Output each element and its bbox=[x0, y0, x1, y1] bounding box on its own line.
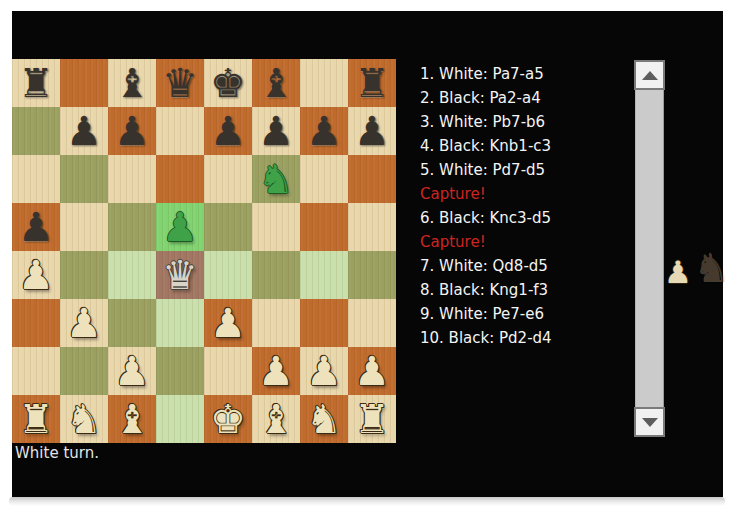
move-entry: 6. Black: Knc3-d5 bbox=[420, 206, 635, 230]
move-entry: 5. White: Pd7-d5 bbox=[420, 158, 635, 182]
move-entry: 2. Black: Pa2-a4 bbox=[420, 86, 635, 110]
piece-bp-d4: ♟ bbox=[156, 203, 204, 251]
square-d3[interactable] bbox=[156, 155, 204, 203]
chess-app-window: ♜♝♛♚♝♜♟♟♟♟♟♟♞♟♟♟♛♟♟♟♟♟♟♜♞♝♚♝♞♜ 1. White:… bbox=[0, 0, 735, 510]
square-d4[interactable]: ♟ bbox=[156, 203, 204, 251]
move-entry: 8. Black: Kng1-f3 bbox=[420, 278, 635, 302]
piece-wb-c8: ♝ bbox=[108, 395, 156, 443]
square-e1[interactable]: ♚ bbox=[204, 59, 252, 107]
square-h3[interactable] bbox=[348, 155, 396, 203]
piece-bb-f1: ♝ bbox=[252, 59, 300, 107]
move-entry: 1. White: Pa7-a5 bbox=[420, 62, 635, 86]
square-g8[interactable]: ♞ bbox=[300, 395, 348, 443]
square-a8[interactable]: ♜ bbox=[12, 395, 60, 443]
piece-bn-f3: ♞ bbox=[252, 155, 300, 203]
piece-wp-e6: ♟ bbox=[204, 299, 252, 347]
piece-bp-h2: ♟ bbox=[348, 107, 396, 155]
square-b7[interactable] bbox=[60, 347, 108, 395]
square-f3[interactable]: ♞ bbox=[252, 155, 300, 203]
square-e8[interactable]: ♚ bbox=[204, 395, 252, 443]
turn-status-text: White turn. bbox=[15, 444, 99, 462]
piece-wp-f7: ♟ bbox=[252, 347, 300, 395]
square-c4[interactable] bbox=[108, 203, 156, 251]
scrollbar-up-button[interactable] bbox=[634, 60, 665, 90]
piece-wb-f8: ♝ bbox=[252, 395, 300, 443]
piece-bp-e2: ♟ bbox=[204, 107, 252, 155]
square-d5[interactable]: ♛ bbox=[156, 251, 204, 299]
square-b8[interactable]: ♞ bbox=[60, 395, 108, 443]
triangle-up-icon bbox=[642, 71, 658, 80]
square-g5[interactable] bbox=[300, 251, 348, 299]
square-a2[interactable] bbox=[12, 107, 60, 155]
piece-wr-h8: ♜ bbox=[348, 395, 396, 443]
scrollbar-down-button[interactable] bbox=[634, 407, 665, 437]
capture-announcement: Capture! bbox=[420, 182, 635, 206]
square-e7[interactable] bbox=[204, 347, 252, 395]
piece-wp-a5: ♟ bbox=[12, 251, 60, 299]
piece-wp-g7: ♟ bbox=[300, 347, 348, 395]
square-g3[interactable] bbox=[300, 155, 348, 203]
scrollbar-track[interactable] bbox=[635, 90, 664, 407]
square-h4[interactable] bbox=[348, 203, 396, 251]
move-entry: 7. White: Qd8-d5 bbox=[420, 254, 635, 278]
piece-bb-c1: ♝ bbox=[108, 59, 156, 107]
move-entry: 4. Black: Knb1-c3 bbox=[420, 134, 635, 158]
square-d7[interactable] bbox=[156, 347, 204, 395]
square-b3[interactable] bbox=[60, 155, 108, 203]
square-a4[interactable]: ♟ bbox=[12, 203, 60, 251]
piece-wp-h7: ♟ bbox=[348, 347, 396, 395]
piece-bp-a4: ♟ bbox=[12, 203, 60, 251]
square-c1[interactable]: ♝ bbox=[108, 59, 156, 107]
move-list: 1. White: Pa7-a52. Black: Pa2-a43. White… bbox=[420, 62, 635, 350]
square-e3[interactable] bbox=[204, 155, 252, 203]
piece-wn-g8: ♞ bbox=[300, 395, 348, 443]
square-g2[interactable]: ♟ bbox=[300, 107, 348, 155]
piece-bp-f2: ♟ bbox=[252, 107, 300, 155]
square-f7[interactable]: ♟ bbox=[252, 347, 300, 395]
square-c5[interactable] bbox=[108, 251, 156, 299]
square-h6[interactable] bbox=[348, 299, 396, 347]
square-h8[interactable]: ♜ bbox=[348, 395, 396, 443]
square-c7[interactable]: ♟ bbox=[108, 347, 156, 395]
piece-wp-c7: ♟ bbox=[108, 347, 156, 395]
square-b1[interactable] bbox=[60, 59, 108, 107]
square-c6[interactable] bbox=[108, 299, 156, 347]
piece-wq-d5: ♛ bbox=[156, 251, 204, 299]
square-g6[interactable] bbox=[300, 299, 348, 347]
move-entry: 3. White: Pb7-b6 bbox=[420, 110, 635, 134]
square-f4[interactable] bbox=[252, 203, 300, 251]
square-f5[interactable] bbox=[252, 251, 300, 299]
move-entry: 9. White: Pe7-e6 bbox=[420, 302, 635, 326]
square-f8[interactable]: ♝ bbox=[252, 395, 300, 443]
square-h7[interactable]: ♟ bbox=[348, 347, 396, 395]
square-e2[interactable]: ♟ bbox=[204, 107, 252, 155]
square-g4[interactable] bbox=[300, 203, 348, 251]
piece-br-h1: ♜ bbox=[348, 59, 396, 107]
square-a6[interactable] bbox=[12, 299, 60, 347]
square-d1[interactable]: ♛ bbox=[156, 59, 204, 107]
piece-bp-c2: ♟ bbox=[108, 107, 156, 155]
piece-bq-d1: ♛ bbox=[156, 59, 204, 107]
piece-wr-a8: ♜ bbox=[12, 395, 60, 443]
piece-bp-g2: ♟ bbox=[300, 107, 348, 155]
square-g1[interactable] bbox=[300, 59, 348, 107]
captured-white-pawn-icon: ♟ bbox=[664, 255, 692, 289]
square-f6[interactable] bbox=[252, 299, 300, 347]
square-a1[interactable]: ♜ bbox=[12, 59, 60, 107]
square-c2[interactable]: ♟ bbox=[108, 107, 156, 155]
captured-pieces-tray: ♟ ♞ bbox=[664, 247, 729, 289]
piece-wp-b6: ♟ bbox=[60, 299, 108, 347]
triangle-down-icon bbox=[642, 418, 658, 427]
capture-announcement: Capture! bbox=[420, 230, 635, 254]
square-b5[interactable] bbox=[60, 251, 108, 299]
square-f1[interactable]: ♝ bbox=[252, 59, 300, 107]
square-c8[interactable]: ♝ bbox=[108, 395, 156, 443]
square-a7[interactable] bbox=[12, 347, 60, 395]
piece-bk-e1: ♚ bbox=[204, 59, 252, 107]
square-b4[interactable] bbox=[60, 203, 108, 251]
square-b6[interactable]: ♟ bbox=[60, 299, 108, 347]
square-h1[interactable]: ♜ bbox=[348, 59, 396, 107]
piece-wn-b8: ♞ bbox=[60, 395, 108, 443]
square-a5[interactable]: ♟ bbox=[12, 251, 60, 299]
square-f2[interactable]: ♟ bbox=[252, 107, 300, 155]
captured-black-knight-icon: ♞ bbox=[694, 247, 729, 289]
square-b2[interactable]: ♟ bbox=[60, 107, 108, 155]
square-e5[interactable] bbox=[204, 251, 252, 299]
square-e4[interactable] bbox=[204, 203, 252, 251]
piece-wk-e8: ♚ bbox=[204, 395, 252, 443]
square-d6[interactable] bbox=[156, 299, 204, 347]
piece-bp-b2: ♟ bbox=[60, 107, 108, 155]
square-d8[interactable] bbox=[156, 395, 204, 443]
square-c3[interactable] bbox=[108, 155, 156, 203]
square-h5[interactable] bbox=[348, 251, 396, 299]
chess-board[interactable]: ♜♝♛♚♝♜♟♟♟♟♟♟♞♟♟♟♛♟♟♟♟♟♟♜♞♝♚♝♞♜ bbox=[12, 59, 396, 443]
square-a3[interactable] bbox=[12, 155, 60, 203]
square-d2[interactable] bbox=[156, 107, 204, 155]
square-h2[interactable]: ♟ bbox=[348, 107, 396, 155]
panel-bottom-shadow bbox=[9, 497, 725, 506]
square-g7[interactable]: ♟ bbox=[300, 347, 348, 395]
piece-br-a1: ♜ bbox=[12, 59, 60, 107]
move-entry: 10. Black: Pd2-d4 bbox=[420, 326, 635, 350]
square-e6[interactable]: ♟ bbox=[204, 299, 252, 347]
